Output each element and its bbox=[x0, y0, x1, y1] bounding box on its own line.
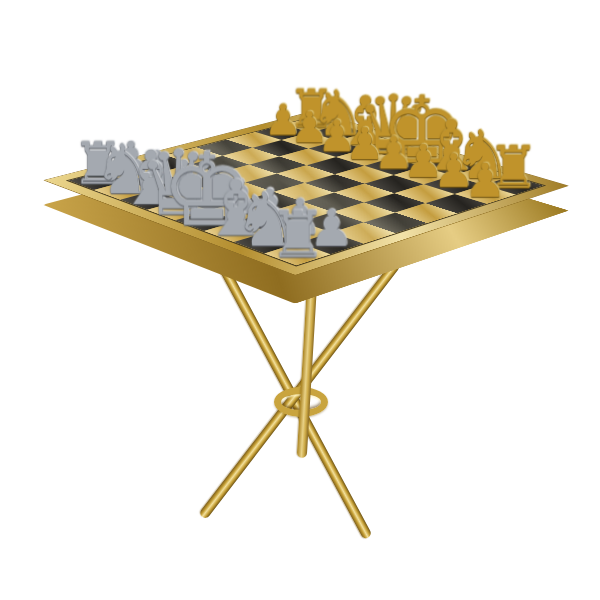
chess-board[interactable]: ♜♟♟♜♞♟♟♞♝♟♟♝♛♟♟♛♚♟♟♚♝♟♟♝♞♟♟♞♜♟♟♜ bbox=[66, 117, 547, 267]
square-h1[interactable]: ♜ bbox=[265, 243, 331, 265]
piece-gold-pawn[interactable]: ♟ bbox=[464, 157, 506, 204]
board-3d-wrap: ♜♟♟♜♞♟♟♞♝♟♟♝♛♟♟♛♚♟♟♚♝♟♟♝♞♟♟♞♜♟♟♜ bbox=[43, 111, 569, 275]
board-scene: ♜♟♟♜♞♟♟♞♝♟♟♝♛♟♟♛♚♟♟♚♝♟♟♝♞♟♟♞♜♟♟♜ bbox=[0, 0, 600, 600]
piece-silver-rook[interactable]: ♜ bbox=[269, 202, 327, 266]
chess-table-photo: ♜♟♟♜♞♟♟♞♝♟♟♝♛♟♟♛♚♟♟♚♝♟♟♝♞♟♟♞♜♟♟♜ bbox=[0, 0, 600, 600]
board-frame: ♜♟♟♜♞♟♟♞♝♟♟♝♛♟♟♛♚♟♟♚♝♟♟♝♞♟♟♞♜♟♟♜ bbox=[43, 111, 569, 275]
square-h7[interactable]: ♟ bbox=[455, 185, 516, 204]
